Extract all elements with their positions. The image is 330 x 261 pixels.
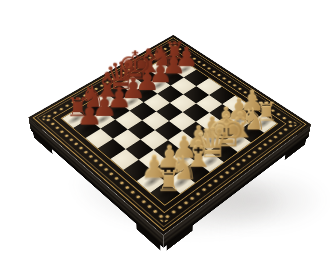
- bracket-foot: [285, 138, 307, 160]
- bracket-foot: [33, 132, 53, 155]
- bracket-foot: [136, 223, 160, 250]
- chess-set-photo: ♜♞♝♛♚♝♞♜♟♟♟♟♟♟♟♟♟♟♟♟♟♟♟♟♜♞♝♛♚♝♞♜: [0, 0, 330, 261]
- piece-glyph: ♟: [67, 101, 112, 130]
- piece-glyph: ♜: [143, 166, 192, 195]
- square-a1: ♜: [151, 182, 181, 205]
- square-a7: ♟: [74, 119, 101, 138]
